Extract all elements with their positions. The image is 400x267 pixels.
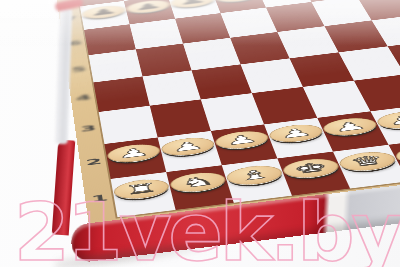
rank-label-text: 1: [85, 192, 115, 205]
rank-label-2: 2: [78, 147, 108, 168]
rank-label-text: 3: [75, 123, 102, 134]
product-photo-chess-tin: 12345678 ♜♞♝♚♛♝♞♜♟♟♟♟♟♟♟♟♟♟♟♟♟♟♟♟♜♞♝♚♛♝♞…: [0, 0, 400, 267]
rank-label-text: 4: [70, 93, 96, 103]
rank-label-4: 4: [69, 85, 96, 103]
rank-label-1: 1: [83, 183, 114, 205]
piece-white-knight: ♞: [164, 152, 228, 194]
piece-white-pawn: ♟: [156, 119, 217, 158]
piece-white-pawn: ♟: [103, 126, 162, 165]
piece-white-rook: ♜: [109, 159, 171, 201]
rank-label-text: 2: [80, 156, 109, 168]
rank-label-3: 3: [74, 115, 102, 134]
